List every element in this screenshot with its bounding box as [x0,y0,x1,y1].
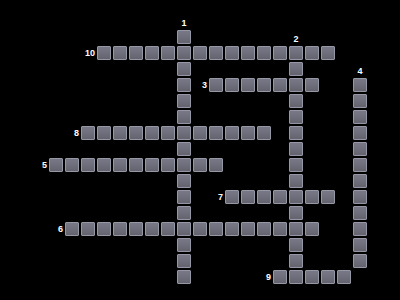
crossword-cell[interactable] [65,158,79,172]
crossword-cell[interactable] [97,158,111,172]
crossword-cell[interactable] [209,46,223,60]
crossword-cell[interactable] [289,94,303,108]
crossword-cell[interactable] [225,126,239,140]
crossword-cell[interactable] [289,206,303,220]
crossword-cell[interactable] [113,126,127,140]
crossword-cell[interactable] [161,126,175,140]
crossword-cell[interactable] [353,254,367,268]
crossword-cell[interactable] [225,46,239,60]
crossword-cell[interactable] [177,238,191,252]
crossword-cell[interactable] [161,222,175,236]
crossword-cell[interactable] [273,222,287,236]
crossword-cell[interactable] [145,126,159,140]
crossword-cell[interactable] [193,126,207,140]
crossword-cell[interactable] [177,78,191,92]
crossword-cell[interactable] [81,222,95,236]
crossword-cell[interactable] [177,110,191,124]
crossword-cell[interactable] [289,174,303,188]
crossword-cell[interactable] [209,78,223,92]
crossword-cell[interactable] [289,110,303,124]
clue-number-across: 7 [218,193,223,202]
crossword-cell[interactable] [273,46,287,60]
crossword-cell[interactable] [129,126,143,140]
crossword-cell[interactable] [289,238,303,252]
crossword-cell[interactable] [225,190,239,204]
clue-number-down: 2 [293,35,298,44]
crossword-cell[interactable] [289,62,303,76]
crossword-cell[interactable] [305,78,319,92]
crossword-cell[interactable] [129,222,143,236]
crossword-cell[interactable] [305,190,319,204]
clue-number-across: 6 [58,225,63,234]
crossword-cell[interactable] [145,46,159,60]
crossword-cell[interactable] [177,254,191,268]
crossword-cell[interactable] [97,222,111,236]
crossword-cell[interactable] [353,142,367,156]
crossword-cell[interactable] [289,78,303,92]
crossword-cell[interactable] [289,46,303,60]
crossword-cell[interactable] [257,222,271,236]
crossword-cell[interactable] [177,158,191,172]
crossword-cell[interactable] [129,46,143,60]
crossword-cell[interactable] [225,222,239,236]
crossword-cell[interactable] [353,158,367,172]
clue-number-across: 3 [202,81,207,90]
crossword-cell[interactable] [193,222,207,236]
crossword-cell[interactable] [177,190,191,204]
crossword-cell[interactable] [273,270,287,284]
crossword-cell[interactable] [177,62,191,76]
crossword-cell[interactable] [177,126,191,140]
crossword-cell[interactable] [321,270,335,284]
crossword-cell[interactable] [353,126,367,140]
crossword-cell[interactable] [353,174,367,188]
crossword-cell[interactable] [257,190,271,204]
crossword-cell[interactable] [81,158,95,172]
clue-number-down: 1 [181,19,186,28]
crossword-cell[interactable] [305,270,319,284]
crossword-cell[interactable] [353,206,367,220]
crossword-cell[interactable] [321,46,335,60]
crossword-cell[interactable] [353,190,367,204]
crossword-cell[interactable] [353,238,367,252]
crossword-cell[interactable] [177,30,191,44]
crossword-cell[interactable] [289,254,303,268]
crossword-cell[interactable] [177,142,191,156]
crossword-cell[interactable] [305,46,319,60]
crossword-cell[interactable] [65,222,79,236]
crossword-cell[interactable] [145,158,159,172]
crossword-board: 10385769124 [0,0,400,300]
crossword-cell[interactable] [353,94,367,108]
clue-number-across: 10 [85,49,95,58]
crossword-cell[interactable] [161,46,175,60]
crossword-cell[interactable] [257,126,271,140]
crossword-cell[interactable] [177,174,191,188]
crossword-cell[interactable] [49,158,63,172]
crossword-cell[interactable] [353,110,367,124]
crossword-cell[interactable] [321,190,335,204]
crossword-cell[interactable] [161,158,175,172]
crossword-cell[interactable] [209,158,223,172]
crossword-cell[interactable] [305,222,319,236]
crossword-cell[interactable] [241,222,255,236]
crossword-cell[interactable] [113,158,127,172]
crossword-cell[interactable] [289,222,303,236]
crossword-cell[interactable] [209,126,223,140]
crossword-cell[interactable] [113,46,127,60]
crossword-cell[interactable] [289,270,303,284]
crossword-cell[interactable] [113,222,127,236]
crossword-cell[interactable] [193,158,207,172]
crossword-cell[interactable] [273,190,287,204]
crossword-cell[interactable] [241,190,255,204]
crossword-cell[interactable] [241,78,255,92]
crossword-cell[interactable] [177,46,191,60]
crossword-cell[interactable] [193,46,207,60]
crossword-cell[interactable] [177,270,191,284]
clue-number-down: 4 [357,67,362,76]
clue-number-across: 9 [266,273,271,282]
crossword-cell[interactable] [241,126,255,140]
crossword-cell[interactable] [81,126,95,140]
crossword-cell[interactable] [97,46,111,60]
crossword-cell[interactable] [177,222,191,236]
crossword-cell[interactable] [273,78,287,92]
crossword-cell[interactable] [257,46,271,60]
crossword-cell[interactable] [289,190,303,204]
crossword-cell[interactable] [289,126,303,140]
crossword-cell[interactable] [289,142,303,156]
crossword-cell[interactable] [353,78,367,92]
crossword-cell[interactable] [177,206,191,220]
crossword-cell[interactable] [177,94,191,108]
crossword-cell[interactable] [257,78,271,92]
crossword-cell[interactable] [353,222,367,236]
crossword-cell[interactable] [129,158,143,172]
crossword-cell[interactable] [97,126,111,140]
crossword-cell[interactable] [225,78,239,92]
clue-number-across: 8 [74,129,79,138]
crossword-cell[interactable] [337,270,351,284]
clue-number-across: 5 [42,161,47,170]
crossword-cell[interactable] [241,46,255,60]
crossword-cell[interactable] [289,158,303,172]
crossword-cell[interactable] [145,222,159,236]
crossword-cell[interactable] [209,222,223,236]
